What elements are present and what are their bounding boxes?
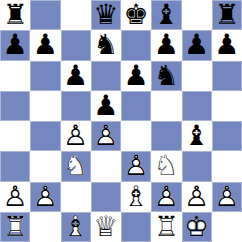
square-b6[interactable] — [30, 61, 60, 91]
white-pawn-piece: ♟♙ — [121, 151, 151, 181]
square-b4[interactable] — [30, 121, 60, 151]
black-piece-glyph: ♚ — [121, 0, 151, 30]
white-piece-outline-layer: ♙ — [61, 121, 91, 151]
square-b1[interactable] — [30, 212, 60, 242]
square-g4[interactable]: ♝ — [182, 121, 212, 151]
black-piece-glyph: ♟ — [30, 30, 60, 60]
black-pawn-piece: ♟ — [182, 30, 212, 60]
square-h2[interactable]: ♟♙ — [212, 182, 242, 212]
square-a1[interactable]: ♜♖ — [0, 212, 30, 242]
white-rook-piece: ♜♖ — [151, 212, 181, 242]
square-a2[interactable]: ♟♙ — [0, 182, 30, 212]
white-piece-outline-layer: ♙ — [0, 182, 30, 212]
square-f2[interactable]: ♟♙ — [151, 182, 181, 212]
square-d6[interactable] — [91, 61, 121, 91]
black-piece-glyph: ♟ — [121, 61, 151, 91]
black-knight-piece: ♞ — [91, 30, 121, 60]
square-g3[interactable] — [182, 151, 212, 181]
white-piece-outline-layer: ♔ — [182, 212, 212, 242]
square-e1[interactable] — [121, 212, 151, 242]
white-piece-outline-layer: ♙ — [212, 182, 242, 212]
white-piece-outline-layer: ♖ — [0, 212, 30, 242]
square-g5[interactable] — [182, 91, 212, 121]
black-pawn-piece: ♟ — [30, 30, 60, 60]
black-piece-glyph: ♟ — [91, 91, 121, 121]
chess-diagram: ♜♛♚♝♜♟♟♞♟♟♟♟♟♞♟♟♙♟♙♝♞♘♟♙♞♘♟♙♟♙♝♗♟♙♟♙♟♙♜♖… — [0, 0, 242, 242]
square-c8[interactable] — [61, 0, 91, 30]
white-king-piece: ♚♔ — [182, 212, 212, 242]
black-piece-glyph: ♜ — [0, 0, 30, 30]
square-e7[interactable] — [121, 30, 151, 60]
white-piece-outline-layer: ♘ — [61, 151, 91, 181]
white-piece-outline-layer: ♕ — [91, 212, 121, 242]
black-piece-glyph: ♟ — [61, 61, 91, 91]
square-a4[interactable] — [0, 121, 30, 151]
square-a8[interactable]: ♜ — [0, 0, 30, 30]
square-e6[interactable]: ♟ — [121, 61, 151, 91]
black-pawn-piece: ♟ — [61, 61, 91, 91]
square-e8[interactable]: ♚ — [121, 0, 151, 30]
square-c7[interactable] — [61, 30, 91, 60]
square-d2[interactable] — [91, 182, 121, 212]
white-piece-outline-layer: ♙ — [151, 182, 181, 212]
square-g6[interactable] — [182, 61, 212, 91]
black-piece-glyph: ♟ — [182, 30, 212, 60]
square-e4[interactable] — [121, 121, 151, 151]
black-knight-piece: ♞ — [151, 61, 181, 91]
square-c3[interactable]: ♞♘ — [61, 151, 91, 181]
black-pawn-piece: ♟ — [151, 30, 181, 60]
white-pawn-piece: ♟♙ — [91, 121, 121, 151]
square-b2[interactable]: ♟♙ — [30, 182, 60, 212]
square-d8[interactable]: ♛ — [91, 0, 121, 30]
black-piece-glyph: ♝ — [182, 121, 212, 151]
square-h3[interactable] — [212, 151, 242, 181]
square-f7[interactable]: ♟ — [151, 30, 181, 60]
square-c1[interactable]: ♝♗ — [61, 212, 91, 242]
square-d7[interactable]: ♞ — [91, 30, 121, 60]
black-piece-glyph: ♟ — [212, 30, 242, 60]
white-pawn-piece: ♟♙ — [0, 182, 30, 212]
white-pawn-piece: ♟♙ — [182, 182, 212, 212]
white-piece-outline-layer: ♖ — [151, 212, 181, 242]
black-rook-piece: ♜ — [212, 0, 242, 30]
white-piece-outline-layer: ♗ — [121, 182, 151, 212]
white-bishop-piece: ♝♗ — [61, 212, 91, 242]
black-king-piece: ♚ — [121, 0, 151, 30]
black-piece-glyph: ♟ — [0, 30, 30, 60]
square-h4[interactable] — [212, 121, 242, 151]
white-bishop-piece: ♝♗ — [121, 182, 151, 212]
white-piece-outline-layer: ♘ — [151, 151, 181, 181]
square-h8[interactable]: ♜ — [212, 0, 242, 30]
black-pawn-piece: ♟ — [121, 61, 151, 91]
white-queen-piece: ♛♕ — [91, 212, 121, 242]
square-h7[interactable]: ♟ — [212, 30, 242, 60]
square-f1[interactable]: ♜♖ — [151, 212, 181, 242]
chess-board: ♜♛♚♝♜♟♟♞♟♟♟♟♟♞♟♟♙♟♙♝♞♘♟♙♞♘♟♙♟♙♝♗♟♙♟♙♟♙♜♖… — [0, 0, 242, 242]
square-a3[interactable] — [0, 151, 30, 181]
square-f5[interactable] — [151, 91, 181, 121]
square-g1[interactable]: ♚♔ — [182, 212, 212, 242]
square-d3[interactable] — [91, 151, 121, 181]
black-piece-glyph: ♞ — [91, 30, 121, 60]
square-a7[interactable]: ♟ — [0, 30, 30, 60]
square-e2[interactable]: ♝♗ — [121, 182, 151, 212]
black-queen-piece: ♛ — [91, 0, 121, 30]
white-piece-outline-layer: ♙ — [30, 182, 60, 212]
square-b8[interactable] — [30, 0, 60, 30]
square-d4[interactable]: ♟♙ — [91, 121, 121, 151]
square-h5[interactable] — [212, 91, 242, 121]
square-c2[interactable] — [61, 182, 91, 212]
black-piece-glyph: ♛ — [91, 0, 121, 30]
white-piece-outline-layer: ♗ — [61, 212, 91, 242]
white-pawn-piece: ♟♙ — [61, 121, 91, 151]
white-pawn-piece: ♟♙ — [30, 182, 60, 212]
square-b7[interactable]: ♟ — [30, 30, 60, 60]
black-pawn-piece: ♟ — [212, 30, 242, 60]
white-rook-piece: ♜♖ — [0, 212, 30, 242]
square-d5[interactable]: ♟ — [91, 91, 121, 121]
square-c6[interactable]: ♟ — [61, 61, 91, 91]
black-rook-piece: ♜ — [0, 0, 30, 30]
black-piece-glyph: ♜ — [212, 0, 242, 30]
square-a6[interactable] — [0, 61, 30, 91]
square-f3[interactable]: ♞♘ — [151, 151, 181, 181]
square-h1[interactable] — [212, 212, 242, 242]
square-f6[interactable]: ♞ — [151, 61, 181, 91]
square-f8[interactable]: ♝ — [151, 0, 181, 30]
square-a5[interactable] — [0, 91, 30, 121]
black-pawn-piece: ♟ — [0, 30, 30, 60]
square-g2[interactable]: ♟♙ — [182, 182, 212, 212]
square-c4[interactable]: ♟♙ — [61, 121, 91, 151]
white-knight-piece: ♞♘ — [61, 151, 91, 181]
black-piece-glyph: ♟ — [151, 30, 181, 60]
square-c5[interactable] — [61, 91, 91, 121]
white-pawn-piece: ♟♙ — [212, 182, 242, 212]
square-d1[interactable]: ♛♕ — [91, 212, 121, 242]
white-piece-outline-layer: ♙ — [121, 151, 151, 181]
square-g8[interactable] — [182, 0, 212, 30]
black-piece-glyph: ♝ — [151, 0, 181, 30]
square-h6[interactable] — [212, 61, 242, 91]
white-piece-outline-layer: ♙ — [91, 121, 121, 151]
square-e3[interactable]: ♟♙ — [121, 151, 151, 181]
white-pawn-piece: ♟♙ — [151, 182, 181, 212]
black-pawn-piece: ♟ — [91, 91, 121, 121]
white-piece-outline-layer: ♙ — [182, 182, 212, 212]
square-e5[interactable] — [121, 91, 151, 121]
black-bishop-piece: ♝ — [151, 0, 181, 30]
black-bishop-piece: ♝ — [182, 121, 212, 151]
square-f4[interactable] — [151, 121, 181, 151]
black-piece-glyph: ♞ — [151, 61, 181, 91]
square-g7[interactable]: ♟ — [182, 30, 212, 60]
square-b5[interactable] — [30, 91, 60, 121]
square-b3[interactable] — [30, 151, 60, 181]
white-knight-piece: ♞♘ — [151, 151, 181, 181]
